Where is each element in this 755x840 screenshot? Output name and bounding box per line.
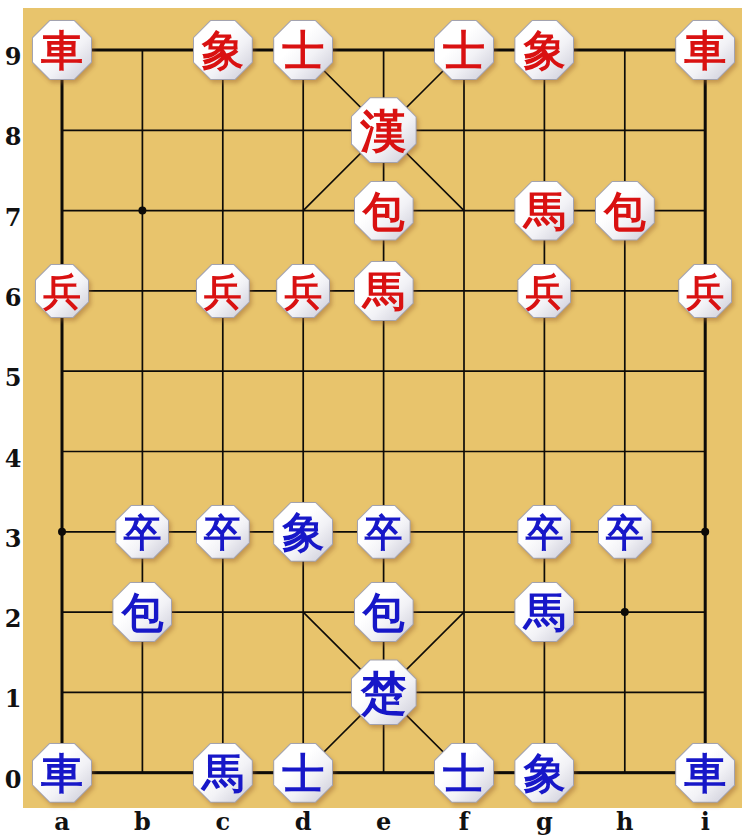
piece-cho-soldier-h3[interactable]: 卒 [598, 505, 652, 559]
piece-face: 馬 [194, 744, 252, 802]
piece-face: 車 [676, 744, 734, 802]
piece-face: 漢 [352, 98, 416, 162]
piece-cho-horse-c0[interactable]: 馬 [193, 743, 253, 803]
piece-face: 卒 [358, 506, 410, 558]
han-horse-glyph: 馬 [363, 271, 405, 313]
piece-tile: 馬 [354, 261, 414, 321]
piece-face: 車 [33, 744, 91, 802]
file-label-i: i [701, 810, 710, 834]
piece-tile: 卒 [196, 505, 250, 559]
piece-cho-chariot-i0[interactable]: 車 [675, 743, 735, 803]
piece-han-general-e8[interactable]: 漢 [351, 97, 417, 163]
piece-face: 車 [676, 21, 734, 79]
piece-tile: 包 [595, 181, 655, 241]
rank-label-4: 4 [5, 447, 22, 471]
piece-face: 兵 [518, 265, 570, 317]
piece-cho-guard-d0[interactable]: 士 [273, 743, 333, 803]
piece-han-horse-e6[interactable]: 馬 [354, 261, 414, 321]
file-label-h: h [616, 810, 633, 834]
piece-tile: 兵 [276, 264, 330, 318]
piece-han-horse-g7[interactable]: 馬 [514, 181, 574, 241]
piece-cho-general-e1[interactable]: 楚 [351, 659, 417, 725]
cho-soldier-glyph: 卒 [606, 514, 644, 552]
piece-face: 兵 [277, 265, 329, 317]
file-label-f: f [459, 810, 469, 834]
piece-cho-horse-g2[interactable]: 馬 [514, 582, 574, 642]
rank-label-3: 3 [5, 527, 22, 551]
cho-soldier-glyph: 卒 [525, 514, 563, 552]
piece-tile: 卒 [357, 505, 411, 559]
piece-tile: 兵 [517, 264, 571, 318]
piece-face: 車 [33, 21, 91, 79]
piece-cho-soldier-g3[interactable]: 卒 [517, 505, 571, 559]
piece-face: 象 [194, 21, 252, 79]
piece-face: 楚 [352, 660, 416, 724]
piece-tile: 包 [354, 582, 414, 642]
piece-face: 馬 [355, 262, 413, 320]
piece-tile: 象 [193, 20, 253, 80]
rank-label-1: 1 [5, 687, 22, 711]
piece-han-cannon-h7[interactable]: 包 [595, 181, 655, 241]
rank-label-2: 2 [5, 607, 22, 631]
rank-label-6: 6 [5, 286, 22, 310]
piece-han-soldier-i6[interactable]: 兵 [678, 264, 732, 318]
han-general-glyph: 漢 [361, 108, 407, 154]
piece-han-elephant-g9[interactable]: 象 [514, 20, 574, 80]
piece-han-soldier-d6[interactable]: 兵 [276, 264, 330, 318]
file-label-a: a [54, 810, 70, 834]
piece-tile: 楚 [351, 659, 417, 725]
han-horse-glyph: 馬 [523, 191, 565, 233]
piece-tile: 士 [273, 743, 333, 803]
han-chariot-glyph: 車 [41, 30, 83, 72]
piece-tile: 兵 [35, 264, 89, 318]
piece-face: 象 [515, 744, 573, 802]
piece-cho-soldier-c3[interactable]: 卒 [196, 505, 250, 559]
piece-han-guard-d9[interactable]: 士 [273, 20, 333, 80]
piece-face: 卒 [116, 506, 168, 558]
piece-face: 兵 [197, 265, 249, 317]
rank-label-9: 9 [5, 45, 22, 69]
piece-tile: 車 [32, 20, 92, 80]
piece-face: 士 [274, 21, 332, 79]
piece-han-elephant-c9[interactable]: 象 [193, 20, 253, 80]
piece-tile: 馬 [514, 181, 574, 241]
piece-tile: 士 [273, 20, 333, 80]
cho-general-glyph: 楚 [361, 670, 407, 716]
cho-soldier-glyph: 卒 [123, 514, 161, 552]
piece-face: 包 [596, 182, 654, 240]
file-label-c: c [215, 810, 230, 834]
rank-label-0: 0 [5, 768, 22, 792]
rank-label-5: 5 [5, 366, 22, 390]
piece-face: 馬 [515, 182, 573, 240]
cho-guard-glyph: 士 [443, 753, 485, 795]
piece-tile: 包 [354, 181, 414, 241]
piece-han-soldier-c6[interactable]: 兵 [196, 264, 250, 318]
piece-face: 卒 [518, 506, 570, 558]
cho-guard-glyph: 士 [282, 753, 324, 795]
piece-tile: 車 [675, 20, 735, 80]
piece-face: 士 [435, 744, 493, 802]
piece-tile: 車 [32, 743, 92, 803]
piece-cho-elephant-d3[interactable]: 象 [273, 502, 333, 562]
piece-tile: 象 [514, 743, 574, 803]
piece-tile: 象 [273, 502, 333, 562]
piece-face: 象 [274, 503, 332, 561]
piece-tile: 包 [112, 582, 172, 642]
piece-face: 馬 [515, 583, 573, 641]
han-cannon-glyph: 包 [363, 191, 405, 233]
han-cannon-glyph: 包 [604, 191, 646, 233]
piece-tile: 馬 [193, 743, 253, 803]
piece-face: 卒 [197, 506, 249, 558]
han-elephant-glyph: 象 [202, 30, 244, 72]
han-soldier-glyph: 兵 [686, 273, 724, 311]
piece-face: 士 [435, 21, 493, 79]
file-label-b: b [134, 810, 151, 834]
han-guard-glyph: 士 [443, 30, 485, 72]
piece-tile: 漢 [351, 97, 417, 163]
piece-han-guard-f9[interactable]: 士 [434, 20, 494, 80]
piece-tile: 馬 [514, 582, 574, 642]
piece-face: 包 [355, 583, 413, 641]
janggi-board-window: 9876543210 abcdefghi 車象士士象車漢包馬包兵兵兵馬兵兵卒卒象… [0, 0, 755, 840]
piece-han-soldier-g6[interactable]: 兵 [517, 264, 571, 318]
piece-face: 卒 [599, 506, 651, 558]
piece-face: 包 [113, 583, 171, 641]
cho-horse-glyph: 馬 [523, 592, 565, 634]
file-label-g: g [536, 810, 553, 834]
han-soldier-glyph: 兵 [204, 273, 242, 311]
han-elephant-glyph: 象 [523, 30, 565, 72]
piece-cho-elephant-g0[interactable]: 象 [514, 743, 574, 803]
piece-tile: 車 [675, 743, 735, 803]
han-soldier-glyph: 兵 [525, 273, 563, 311]
piece-han-chariot-a9[interactable]: 車 [32, 20, 92, 80]
cho-soldier-glyph: 卒 [365, 514, 403, 552]
piece-face: 包 [355, 182, 413, 240]
piece-face: 兵 [679, 265, 731, 317]
han-chariot-glyph: 車 [684, 30, 726, 72]
cho-horse-glyph: 馬 [202, 753, 244, 795]
han-soldier-glyph: 兵 [43, 273, 81, 311]
piece-face: 兵 [36, 265, 88, 317]
cho-elephant-glyph: 象 [523, 753, 565, 795]
piece-tile: 卒 [517, 505, 571, 559]
piece-tile: 兵 [196, 264, 250, 318]
piece-tile: 士 [434, 20, 494, 80]
cho-elephant-glyph: 象 [282, 512, 324, 554]
piece-tile: 兵 [678, 264, 732, 318]
piece-tile: 士 [434, 743, 494, 803]
piece-cho-cannon-e2[interactable]: 包 [354, 582, 414, 642]
piece-han-cannon-e7[interactable]: 包 [354, 181, 414, 241]
cho-soldier-glyph: 卒 [204, 514, 242, 552]
piece-han-chariot-i9[interactable]: 車 [675, 20, 735, 80]
han-guard-glyph: 士 [282, 30, 324, 72]
cho-cannon-glyph: 包 [121, 592, 163, 634]
piece-cho-guard-f0[interactable]: 士 [434, 743, 494, 803]
piece-tile: 象 [514, 20, 574, 80]
rank-label-8: 8 [5, 125, 22, 149]
piece-cho-chariot-a0[interactable]: 車 [32, 743, 92, 803]
piece-face: 象 [515, 21, 573, 79]
piece-cho-soldier-e3[interactable]: 卒 [357, 505, 411, 559]
han-soldier-glyph: 兵 [284, 273, 322, 311]
cho-chariot-glyph: 車 [684, 753, 726, 795]
file-label-d: d [295, 810, 312, 834]
rank-label-7: 7 [5, 206, 22, 230]
cho-cannon-glyph: 包 [363, 592, 405, 634]
file-label-e: e [376, 810, 391, 834]
piece-tile: 卒 [598, 505, 652, 559]
cho-chariot-glyph: 車 [41, 753, 83, 795]
piece-cho-cannon-b2[interactable]: 包 [112, 582, 172, 642]
piece-face: 士 [274, 744, 332, 802]
piece-cho-soldier-b3[interactable]: 卒 [115, 505, 169, 559]
piece-han-soldier-a6[interactable]: 兵 [35, 264, 89, 318]
piece-tile: 卒 [115, 505, 169, 559]
